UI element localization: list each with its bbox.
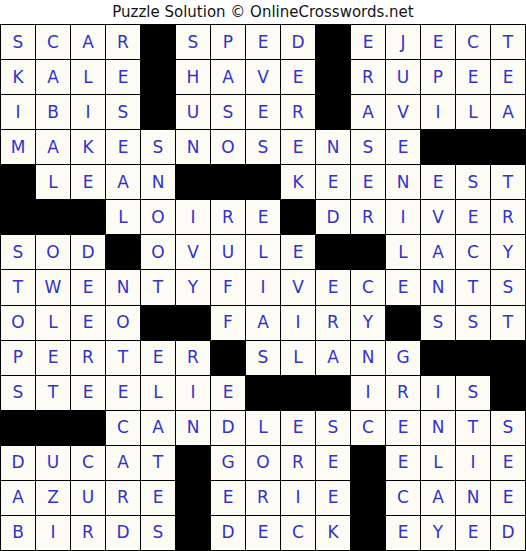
block-cell <box>316 376 351 411</box>
letter-cell: U <box>386 60 421 95</box>
cell-letter: I <box>295 489 300 506</box>
cell-letter: R <box>362 209 374 226</box>
letter-cell: T <box>456 411 491 446</box>
letter-cell: G <box>211 446 246 481</box>
block-cell <box>71 411 106 446</box>
cell-letter: D <box>81 244 94 261</box>
letter-cell: T <box>491 165 526 200</box>
cell-letter: F <box>223 279 233 296</box>
cell-letter: A <box>117 454 129 471</box>
letter-cell: E <box>316 481 351 516</box>
cell-letter: I <box>295 314 300 331</box>
cell-letter: A <box>47 139 59 156</box>
letter-cell: I <box>71 95 106 130</box>
letter-cell: A <box>141 411 176 446</box>
cell-letter: N <box>432 419 445 436</box>
letter-cell: E <box>71 306 106 341</box>
cell-letter: E <box>468 69 479 86</box>
letter-cell: E <box>386 516 421 551</box>
cell-letter: L <box>83 69 92 86</box>
letter-cell: O <box>246 446 281 481</box>
cell-letter: E <box>363 174 374 191</box>
cell-letter: E <box>48 349 59 366</box>
letter-cell: S <box>211 95 246 130</box>
letter-cell: V <box>421 200 456 235</box>
letter-cell: P <box>1 341 36 376</box>
cell-letter: E <box>503 69 514 86</box>
letter-cell: T <box>491 25 526 60</box>
letter-cell: R <box>176 341 211 376</box>
cell-letter: V <box>187 244 199 261</box>
letter-cell: A <box>1 481 36 516</box>
letter-cell: E <box>246 200 281 235</box>
letter-cell: E <box>141 341 176 376</box>
letter-cell: T <box>36 376 71 411</box>
letter-cell: I <box>36 516 71 551</box>
block-cell <box>316 25 351 60</box>
letter-cell: L <box>36 165 71 200</box>
cell-letter: C <box>467 34 479 51</box>
letter-cell: V <box>246 60 281 95</box>
cell-letter: E <box>223 489 234 506</box>
cell-letter: K <box>327 524 338 541</box>
letter-cell: R <box>281 446 316 481</box>
cell-letter: C <box>362 279 374 296</box>
letter-cell: E <box>106 376 141 411</box>
letter-cell: D <box>211 516 246 551</box>
letter-cell: I <box>421 95 456 130</box>
letter-cell: U <box>71 481 106 516</box>
block-cell <box>1 200 36 235</box>
letter-cell: T <box>456 270 491 305</box>
block-cell <box>176 481 211 516</box>
cell-letter: E <box>118 384 129 401</box>
letter-cell: A <box>491 95 526 130</box>
letter-cell: F <box>211 270 246 305</box>
cell-letter: R <box>222 209 234 226</box>
letter-cell: I <box>421 376 456 411</box>
letter-cell: V <box>176 235 211 270</box>
cell-letter: C <box>82 454 94 471</box>
block-cell <box>141 60 176 95</box>
cell-letter: E <box>503 489 514 506</box>
letter-cell: I <box>386 200 421 235</box>
letter-cell: T <box>141 270 176 305</box>
block-cell <box>421 341 456 376</box>
letter-cell: S <box>1 376 36 411</box>
cell-letter: B <box>12 524 24 541</box>
cell-letter: U <box>47 454 59 471</box>
cell-letter: O <box>11 314 24 331</box>
cell-letter: E <box>258 104 269 121</box>
block-cell <box>491 341 526 376</box>
cell-letter: A <box>12 489 24 506</box>
cell-letter: E <box>83 384 94 401</box>
letter-cell: A <box>106 165 141 200</box>
cell-letter: N <box>467 489 480 506</box>
letter-cell: R <box>386 376 421 411</box>
letter-cell: B <box>36 95 71 130</box>
cell-letter: E <box>468 209 479 226</box>
cell-letter: U <box>397 69 409 86</box>
cell-letter: L <box>258 244 267 261</box>
letter-cell: R <box>491 200 526 235</box>
cell-letter: U <box>187 104 199 121</box>
letter-cell: L <box>421 446 456 481</box>
block-cell <box>176 165 211 200</box>
letter-cell: E <box>421 165 456 200</box>
cell-letter: D <box>11 454 24 471</box>
letter-cell: A <box>351 95 386 130</box>
letter-cell: D <box>281 25 316 60</box>
cell-letter: W <box>45 279 62 296</box>
letter-cell: R <box>106 481 141 516</box>
cell-letter: I <box>260 279 265 296</box>
letter-cell: Y <box>491 235 526 270</box>
cell-letter: S <box>13 244 24 261</box>
letter-cell: I <box>246 270 281 305</box>
letter-cell: U <box>176 95 211 130</box>
letter-cell: A <box>211 60 246 95</box>
cell-letter: L <box>293 349 302 366</box>
cell-letter: R <box>327 314 339 331</box>
cell-letter: O <box>221 139 234 156</box>
letter-cell: R <box>71 341 106 376</box>
cell-letter: S <box>13 384 24 401</box>
letter-cell: T <box>106 341 141 376</box>
cell-letter: N <box>187 139 200 156</box>
cell-letter: C <box>362 419 374 436</box>
cell-letter: S <box>153 139 164 156</box>
cell-letter: L <box>398 244 407 261</box>
letter-cell: E <box>246 95 281 130</box>
block-cell <box>211 341 246 376</box>
cell-letter: S <box>118 104 129 121</box>
cell-letter: S <box>223 104 234 121</box>
letter-cell: N <box>176 411 211 446</box>
cell-letter: A <box>152 419 164 436</box>
cell-letter: E <box>293 139 304 156</box>
cell-letter: S <box>433 314 444 331</box>
letter-cell: L <box>106 200 141 235</box>
cell-letter: S <box>153 524 164 541</box>
letter-cell: I <box>281 306 316 341</box>
cell-letter: A <box>502 104 514 121</box>
block-cell <box>71 200 106 235</box>
letter-cell: L <box>246 235 281 270</box>
letter-cell: E <box>246 516 281 551</box>
letter-cell: C <box>456 235 491 270</box>
cell-letter: S <box>503 419 514 436</box>
cell-letter: D <box>221 419 234 436</box>
block-cell <box>316 235 351 270</box>
cell-letter: D <box>501 524 514 541</box>
letter-cell: C <box>281 516 316 551</box>
cell-letter: E <box>293 244 304 261</box>
letter-cell: S <box>351 130 386 165</box>
cell-letter: E <box>118 139 129 156</box>
cell-letter: N <box>327 139 340 156</box>
cell-letter: C <box>47 34 59 51</box>
letter-cell: Y <box>351 306 386 341</box>
cell-letter: C <box>397 489 409 506</box>
letter-cell: A <box>316 341 351 376</box>
cell-letter: N <box>362 349 375 366</box>
cell-letter: E <box>398 419 409 436</box>
letter-cell: E <box>316 165 351 200</box>
cell-letter: I <box>15 104 20 121</box>
letter-cell: L <box>36 306 71 341</box>
cell-letter: E <box>258 524 269 541</box>
letter-cell: C <box>351 270 386 305</box>
cell-letter: S <box>188 34 199 51</box>
letter-cell: T <box>491 306 526 341</box>
cell-letter: I <box>190 384 195 401</box>
cell-letter: L <box>468 104 477 121</box>
cell-letter: E <box>258 34 269 51</box>
letter-cell: V <box>281 270 316 305</box>
cell-letter: E <box>398 524 409 541</box>
cell-letter: E <box>328 279 339 296</box>
letter-cell: E <box>281 411 316 446</box>
cell-letter: Y <box>433 524 443 541</box>
cell-letter: E <box>83 174 94 191</box>
cell-letter: R <box>292 454 304 471</box>
cell-letter: N <box>397 174 410 191</box>
letter-cell: K <box>281 165 316 200</box>
cell-letter: T <box>118 349 128 366</box>
letter-cell: K <box>316 516 351 551</box>
cell-letter: A <box>432 489 444 506</box>
letter-cell: R <box>106 25 141 60</box>
cell-letter: D <box>116 524 129 541</box>
letter-cell: E <box>351 165 386 200</box>
cell-letter: I <box>470 454 475 471</box>
letter-cell: C <box>71 446 106 481</box>
cell-letter: E <box>363 34 374 51</box>
cell-letter: D <box>291 34 304 51</box>
letter-cell: E <box>386 446 421 481</box>
cell-letter: S <box>468 384 479 401</box>
letter-cell: I <box>351 376 386 411</box>
cell-letter: R <box>502 209 514 226</box>
cell-letter: R <box>187 349 199 366</box>
cell-letter: E <box>328 489 339 506</box>
letter-cell: C <box>351 411 386 446</box>
crossword-grid: SCARSPEDEJECTKALEHAVERUPEEIBISUSERAVILAM… <box>0 24 526 551</box>
letter-cell: S <box>246 341 281 376</box>
letter-cell: A <box>246 306 281 341</box>
cell-letter: C <box>467 244 479 261</box>
cell-letter: S <box>503 279 514 296</box>
letter-cell: S <box>491 411 526 446</box>
cell-letter: V <box>397 104 409 121</box>
cell-letter: S <box>328 419 339 436</box>
letter-cell: R <box>316 306 351 341</box>
letter-cell: E <box>141 481 176 516</box>
cell-letter: U <box>222 244 234 261</box>
letter-cell: T <box>1 270 36 305</box>
letter-cell: U <box>36 446 71 481</box>
letter-cell: E <box>386 130 421 165</box>
cell-letter: L <box>153 384 162 401</box>
cell-letter: V <box>292 279 304 296</box>
letter-cell: A <box>421 481 456 516</box>
cell-letter: L <box>48 314 57 331</box>
cell-letter: T <box>468 419 478 436</box>
letter-cell: S <box>141 130 176 165</box>
block-cell <box>421 130 456 165</box>
letter-cell: E <box>281 130 316 165</box>
letter-cell: C <box>386 481 421 516</box>
letter-cell: L <box>246 411 281 446</box>
letter-cell: J <box>386 25 421 60</box>
cell-letter: E <box>223 384 234 401</box>
letter-cell: E <box>491 446 526 481</box>
letter-cell: R <box>71 516 106 551</box>
cell-letter: D <box>221 524 234 541</box>
letter-cell: S <box>246 130 281 165</box>
letter-cell: E <box>386 411 421 446</box>
letter-cell: R <box>351 60 386 95</box>
letter-cell: N <box>141 165 176 200</box>
cell-letter: E <box>293 69 304 86</box>
cell-letter: O <box>116 314 129 331</box>
cell-letter: Y <box>188 279 198 296</box>
letter-cell: N <box>351 341 386 376</box>
cell-letter: R <box>257 489 269 506</box>
cell-letter: V <box>432 209 444 226</box>
letter-cell: E <box>281 235 316 270</box>
cell-letter: T <box>503 314 513 331</box>
letter-cell: S <box>141 516 176 551</box>
letter-cell: F <box>211 306 246 341</box>
letter-cell: E <box>36 341 71 376</box>
block-cell <box>316 60 351 95</box>
block-cell <box>491 376 526 411</box>
letter-cell: E <box>386 270 421 305</box>
cell-letter: T <box>153 279 163 296</box>
cell-letter: L <box>118 209 127 226</box>
cell-letter: Z <box>47 489 59 506</box>
cell-letter: L <box>48 174 57 191</box>
cell-letter: S <box>363 139 374 156</box>
cell-letter: U <box>82 489 94 506</box>
letter-cell: N <box>316 130 351 165</box>
letter-cell: E <box>211 376 246 411</box>
block-cell <box>281 200 316 235</box>
letter-cell: D <box>106 516 141 551</box>
letter-cell: A <box>36 130 71 165</box>
cell-letter: A <box>257 314 269 331</box>
block-cell <box>246 376 281 411</box>
cell-letter: E <box>83 314 94 331</box>
letter-cell: D <box>71 235 106 270</box>
cell-letter: O <box>151 209 164 226</box>
block-cell <box>351 481 386 516</box>
cell-letter: R <box>397 384 409 401</box>
block-cell <box>176 446 211 481</box>
letter-cell: E <box>71 376 106 411</box>
letter-cell: N <box>176 130 211 165</box>
cell-letter: N <box>432 279 445 296</box>
cell-letter: R <box>82 349 94 366</box>
block-cell <box>141 95 176 130</box>
cell-letter: G <box>396 349 409 366</box>
cell-letter: S <box>468 314 479 331</box>
letter-cell: L <box>141 376 176 411</box>
cell-letter: I <box>435 384 440 401</box>
letter-cell: S <box>176 25 211 60</box>
letter-cell: I <box>281 481 316 516</box>
cell-letter: A <box>222 69 234 86</box>
letter-cell: N <box>421 270 456 305</box>
block-cell <box>141 25 176 60</box>
letter-cell: K <box>1 60 36 95</box>
cell-letter: N <box>117 279 130 296</box>
letter-cell: D <box>316 200 351 235</box>
cell-letter: A <box>82 34 94 51</box>
letter-cell: E <box>351 25 386 60</box>
letter-cell: E <box>456 200 491 235</box>
block-cell <box>351 446 386 481</box>
letter-cell: S <box>491 270 526 305</box>
cell-letter: I <box>190 209 195 226</box>
cell-letter: L <box>258 419 267 436</box>
cell-letter: E <box>328 174 339 191</box>
cell-letter: C <box>117 419 129 436</box>
letter-cell: C <box>106 411 141 446</box>
cell-letter: H <box>187 69 200 86</box>
cell-letter: E <box>153 349 164 366</box>
cell-letter: E <box>398 139 409 156</box>
cell-letter: E <box>153 489 164 506</box>
letter-cell: E <box>106 130 141 165</box>
cell-letter: E <box>328 454 339 471</box>
letter-cell: I <box>1 95 36 130</box>
letter-cell: L <box>281 341 316 376</box>
cell-letter: S <box>468 174 479 191</box>
block-cell <box>456 130 491 165</box>
cell-letter: A <box>432 244 444 261</box>
letter-cell: E <box>246 25 281 60</box>
cell-letter: V <box>257 69 269 86</box>
cell-letter: A <box>117 174 129 191</box>
cell-letter: F <box>223 314 233 331</box>
letter-cell: A <box>106 446 141 481</box>
letter-cell: U <box>211 235 246 270</box>
cell-letter: E <box>433 174 444 191</box>
cell-letter: S <box>13 34 24 51</box>
cell-letter: T <box>13 279 23 296</box>
block-cell <box>281 376 316 411</box>
letter-cell: Y <box>421 516 456 551</box>
puzzle-solution-page: Puzzle Solution © OnlineCrosswords.net S… <box>0 0 526 551</box>
cell-letter: P <box>223 34 233 51</box>
cell-letter: K <box>292 174 303 191</box>
cell-letter: Y <box>363 314 373 331</box>
cell-letter: C <box>292 524 304 541</box>
letter-cell: E <box>491 481 526 516</box>
block-cell <box>1 165 36 200</box>
letter-cell: N <box>386 165 421 200</box>
cell-letter: R <box>292 104 304 121</box>
letter-cell: L <box>71 60 106 95</box>
cell-letter: D <box>326 209 339 226</box>
letter-cell: D <box>491 516 526 551</box>
letter-cell: E <box>421 25 456 60</box>
letter-cell: M <box>1 130 36 165</box>
